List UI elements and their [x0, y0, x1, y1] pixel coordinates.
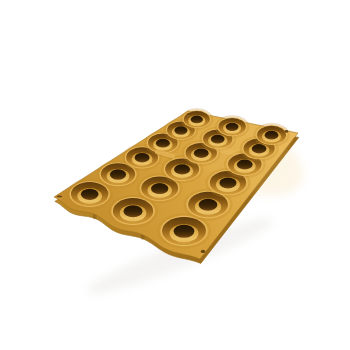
cavity-center-hole	[226, 123, 239, 131]
cavity-center-hole	[151, 183, 168, 194]
cavity-r6c1	[181, 109, 212, 129]
right-hang-hole	[285, 130, 289, 133]
cavity-r6c3	[254, 124, 288, 146]
cavity-center-hole	[156, 139, 170, 148]
cavity-center-hole	[191, 116, 203, 124]
silicone-mold-image	[0, 0, 350, 350]
near-hang-hole-rim-light	[201, 253, 205, 254]
cavity-center-hole	[135, 153, 150, 163]
left-hang-slot-rim-light	[57, 198, 62, 199]
cavity-center-hole	[194, 148, 209, 157]
cavity-center-hole	[174, 126, 187, 134]
left-hang-slot	[57, 196, 62, 198]
cavity-center-hole	[81, 189, 99, 200]
product-photo-canvas	[0, 0, 350, 350]
cavity-r6c2	[216, 116, 248, 137]
cavity-center-hole	[124, 205, 143, 217]
right-hang-hole-rim-light	[285, 133, 288, 134]
near-hang-hole	[201, 250, 206, 254]
cavity-center-hole	[174, 164, 190, 174]
far-hang-hole	[187, 113, 190, 115]
far-hang-hole-rim-light	[187, 115, 189, 116]
cavity-center-hole	[110, 169, 126, 179]
cavity-center-hole	[265, 131, 279, 140]
cavity-center-hole	[174, 225, 195, 238]
cavity-center-hole	[199, 199, 218, 211]
cavity-center-hole	[237, 159, 253, 169]
cavity-center-hole	[219, 177, 236, 188]
